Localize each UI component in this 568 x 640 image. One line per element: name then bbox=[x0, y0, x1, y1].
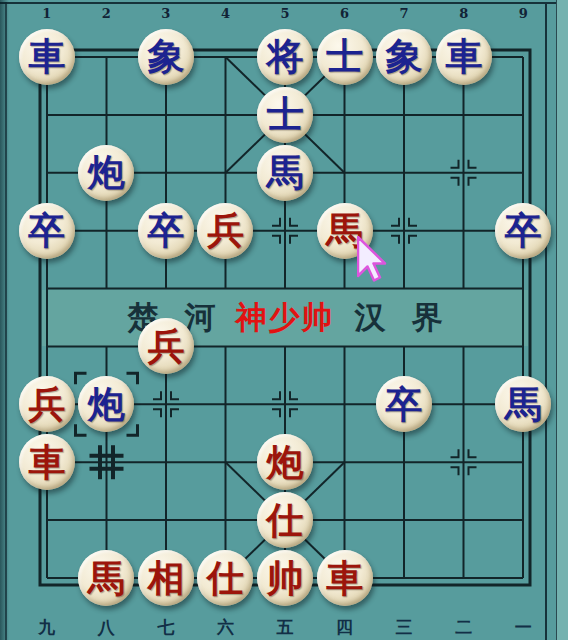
piece-black-advisor[interactable]: 士 bbox=[317, 29, 373, 85]
piece-glyph: 兵 bbox=[147, 328, 184, 365]
piece-red-horse[interactable]: 馬 bbox=[78, 550, 134, 606]
board-point[interactable] bbox=[434, 202, 494, 260]
board-point[interactable] bbox=[136, 375, 196, 433]
piece-red-soldier[interactable]: 兵 bbox=[138, 318, 194, 374]
board-point[interactable]: 仕 bbox=[196, 549, 256, 607]
piece-red-elephant[interactable]: 相 bbox=[138, 550, 194, 606]
file-label: 三 bbox=[374, 616, 434, 639]
piece-glyph: 将 bbox=[266, 38, 303, 75]
board-point[interactable]: 炮 bbox=[255, 433, 315, 491]
board-point[interactable] bbox=[136, 86, 196, 144]
board-point[interactable] bbox=[77, 86, 137, 144]
board-point[interactable] bbox=[374, 144, 434, 202]
board-point[interactable] bbox=[315, 86, 375, 144]
piece-red-chariot[interactable]: 車 bbox=[19, 434, 75, 490]
piece-glyph: 車 bbox=[28, 444, 65, 481]
board-point[interactable] bbox=[434, 433, 494, 491]
board-point[interactable] bbox=[136, 144, 196, 202]
board-point[interactable]: 卒 bbox=[493, 202, 553, 260]
piece-glyph: 炮 bbox=[88, 386, 125, 423]
board-point[interactable] bbox=[196, 260, 256, 318]
piece-black-elephant[interactable]: 象 bbox=[138, 29, 194, 85]
board-point[interactable]: 兵 bbox=[17, 375, 77, 433]
board-point[interactable] bbox=[17, 491, 77, 549]
board-point[interactable] bbox=[77, 28, 137, 86]
piece-glyph: 卒 bbox=[505, 212, 542, 249]
board-point[interactable] bbox=[434, 375, 494, 433]
board-point[interactable]: 車 bbox=[17, 433, 77, 491]
piece-glyph: 馬 bbox=[266, 154, 303, 191]
piece-glyph: 仕 bbox=[266, 502, 303, 539]
board-point[interactable]: 象 bbox=[136, 28, 196, 86]
piece-black-horse[interactable]: 馬 bbox=[495, 376, 551, 432]
board-point[interactable] bbox=[196, 318, 256, 376]
board-point[interactable]: 馬 bbox=[77, 549, 137, 607]
board-point[interactable] bbox=[374, 549, 434, 607]
board-point[interactable] bbox=[77, 433, 137, 491]
piece-black-elephant[interactable]: 象 bbox=[376, 29, 432, 85]
piece-glyph: 象 bbox=[386, 38, 423, 75]
xiangqi-board[interactable]: 車象将士象車士炮馬卒卒兵馬卒兵兵炮卒馬車炮仕馬相仕帅車 bbox=[17, 28, 553, 607]
board-point[interactable] bbox=[493, 318, 553, 376]
piece-glyph: 卒 bbox=[147, 212, 184, 249]
piece-black-chariot[interactable]: 車 bbox=[436, 29, 492, 85]
board-point[interactable] bbox=[136, 433, 196, 491]
piece-glyph: 炮 bbox=[266, 444, 303, 481]
board-point[interactable]: 炮 bbox=[77, 144, 137, 202]
piece-black-horse[interactable]: 馬 bbox=[257, 145, 313, 201]
board-point[interactable]: 卒 bbox=[374, 375, 434, 433]
piece-glyph: 車 bbox=[326, 560, 363, 597]
piece-glyph: 馬 bbox=[88, 560, 125, 597]
board-point[interactable] bbox=[493, 549, 553, 607]
piece-red-advisor[interactable]: 仕 bbox=[257, 492, 313, 548]
piece-black-soldier[interactable]: 卒 bbox=[19, 203, 75, 259]
piece-glyph: 車 bbox=[445, 38, 482, 75]
board-point[interactable] bbox=[17, 318, 77, 376]
piece-black-cannon[interactable]: 炮 bbox=[78, 376, 134, 432]
board-point[interactable] bbox=[196, 86, 256, 144]
piece-glyph: 仕 bbox=[207, 560, 244, 597]
piece-red-soldier[interactable]: 兵 bbox=[197, 203, 253, 259]
piece-glyph: 兵 bbox=[28, 386, 65, 423]
board-point[interactable]: 仕 bbox=[255, 491, 315, 549]
piece-glyph: 炮 bbox=[88, 154, 125, 191]
file-label: 二 bbox=[434, 616, 494, 639]
board-point[interactable] bbox=[374, 491, 434, 549]
file-label: 一 bbox=[493, 616, 553, 639]
board-point[interactable] bbox=[434, 318, 494, 376]
board-point[interactable] bbox=[493, 260, 553, 318]
board-point[interactable]: 卒 bbox=[17, 202, 77, 260]
piece-red-chariot[interactable]: 車 bbox=[317, 550, 373, 606]
board-point[interactable]: 将 bbox=[255, 28, 315, 86]
board-point[interactable] bbox=[493, 28, 553, 86]
board-point[interactable] bbox=[77, 318, 137, 376]
piece-glyph: 卒 bbox=[28, 212, 65, 249]
board-point[interactable]: 車 bbox=[434, 28, 494, 86]
board-point[interactable] bbox=[77, 260, 137, 318]
board-point[interactable] bbox=[196, 433, 256, 491]
piece-black-soldier[interactable]: 卒 bbox=[495, 203, 551, 259]
board-point[interactable] bbox=[493, 491, 553, 549]
board-point[interactable] bbox=[434, 260, 494, 318]
board-point[interactable] bbox=[255, 318, 315, 376]
board-point[interactable] bbox=[434, 86, 494, 144]
piece-glyph: 卒 bbox=[386, 386, 423, 423]
board-point[interactable] bbox=[434, 144, 494, 202]
board-point[interactable]: 士 bbox=[255, 86, 315, 144]
piece-glyph: 馬 bbox=[505, 386, 542, 423]
piece-black-advisor[interactable]: 士 bbox=[257, 87, 313, 143]
file-label: 七 bbox=[136, 616, 196, 639]
board-point[interactable] bbox=[255, 375, 315, 433]
board-point[interactable] bbox=[17, 549, 77, 607]
piece-black-soldier[interactable]: 卒 bbox=[376, 376, 432, 432]
board-point[interactable]: 卒 bbox=[136, 202, 196, 260]
board-point[interactable] bbox=[315, 491, 375, 549]
board-point[interactable] bbox=[434, 491, 494, 549]
piece-black-general[interactable]: 将 bbox=[257, 29, 313, 85]
file-label: 九 bbox=[17, 616, 77, 639]
file-label: 八 bbox=[77, 616, 137, 639]
board-point[interactable] bbox=[374, 433, 434, 491]
piece-red-general[interactable]: 帅 bbox=[257, 550, 313, 606]
bottom-file-labels: 九 八 七 六 五 四 三 二 一 bbox=[17, 616, 553, 639]
piece-red-soldier[interactable]: 兵 bbox=[19, 376, 75, 432]
board-point[interactable]: 相 bbox=[136, 549, 196, 607]
board-point[interactable] bbox=[196, 375, 256, 433]
board-point[interactable]: 車 bbox=[315, 549, 375, 607]
board-point[interactable]: 車 bbox=[17, 28, 77, 86]
board-point[interactable] bbox=[493, 433, 553, 491]
piece-black-chariot[interactable]: 車 bbox=[19, 29, 75, 85]
board-point[interactable]: 炮 bbox=[77, 375, 137, 433]
board-point[interactable]: 士 bbox=[315, 28, 375, 86]
board-point[interactable] bbox=[374, 318, 434, 376]
board-point[interactable] bbox=[255, 202, 315, 260]
board-point[interactable] bbox=[17, 86, 77, 144]
board-point[interactable] bbox=[315, 375, 375, 433]
board-point[interactable] bbox=[77, 202, 137, 260]
piece-glyph: 帅 bbox=[266, 560, 303, 597]
piece-red-advisor[interactable]: 仕 bbox=[197, 550, 253, 606]
piece-glyph: 車 bbox=[28, 38, 65, 75]
board-point[interactable] bbox=[493, 86, 553, 144]
file-label: 四 bbox=[315, 616, 375, 639]
board-point[interactable]: 帅 bbox=[255, 549, 315, 607]
board-point[interactable] bbox=[136, 260, 196, 318]
board-point[interactable] bbox=[315, 433, 375, 491]
piece-glyph: 兵 bbox=[207, 212, 244, 249]
board-point[interactable] bbox=[374, 86, 434, 144]
mouse-cursor-icon bbox=[357, 236, 389, 284]
board-point[interactable] bbox=[196, 144, 256, 202]
board-point[interactable]: 馬 bbox=[255, 144, 315, 202]
board-point[interactable] bbox=[136, 491, 196, 549]
board-point[interactable] bbox=[17, 144, 77, 202]
board-point[interactable]: 象 bbox=[374, 28, 434, 86]
piece-glyph: 士 bbox=[266, 96, 303, 133]
board-point[interactable] bbox=[315, 318, 375, 376]
board-point[interactable] bbox=[17, 260, 77, 318]
piece-red-cannon[interactable]: 炮 bbox=[257, 434, 313, 490]
board-point[interactable]: 兵 bbox=[196, 202, 256, 260]
board-point[interactable] bbox=[196, 491, 256, 549]
board-point[interactable] bbox=[434, 549, 494, 607]
piece-black-soldier[interactable]: 卒 bbox=[138, 203, 194, 259]
board-point[interactable]: 兵 bbox=[136, 318, 196, 376]
board-point[interactable] bbox=[255, 260, 315, 318]
board-point[interactable]: 馬 bbox=[493, 375, 553, 433]
piece-glyph: 相 bbox=[147, 560, 184, 597]
board-point[interactable] bbox=[493, 144, 553, 202]
board-point[interactable] bbox=[315, 144, 375, 202]
file-label: 五 bbox=[255, 616, 315, 639]
file-label: 六 bbox=[196, 616, 256, 639]
board-point[interactable] bbox=[77, 491, 137, 549]
piece-glyph: 象 bbox=[147, 38, 184, 75]
piece-glyph: 士 bbox=[326, 38, 363, 75]
board-point[interactable] bbox=[196, 28, 256, 86]
piece-black-cannon[interactable]: 炮 bbox=[78, 145, 134, 201]
